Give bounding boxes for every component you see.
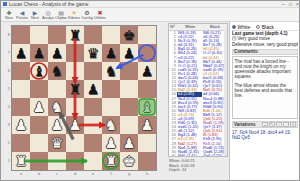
- piece-black-rook-d8[interactable]: ♜: [66, 26, 84, 44]
- square-f6[interactable]: ♞: [102, 62, 120, 80]
- square-g3[interactable]: [120, 116, 138, 134]
- square-d4[interactable]: [66, 98, 84, 116]
- comments-header: Comments:: [232, 49, 298, 55]
- radio-icon: [232, 25, 236, 29]
- title-bar: Lucas Chess - Analysis of the game –□×: [1, 1, 300, 8]
- radio-icon: [256, 25, 260, 29]
- square-f1[interactable]: ♜: [102, 152, 120, 170]
- piece-black-rook-d5[interactable]: ♜: [66, 80, 84, 98]
- piece-black-pawn-f7[interactable]: ♟: [102, 44, 120, 62]
- info-lines: Last game test (depth 4.1)(!) Very good …: [232, 31, 298, 47]
- square-c3[interactable]: ♟: [48, 116, 66, 134]
- variation-line[interactable]: 17. Nc4 Nxc4 18. dxc4 e4 19. Nd2 Qe5: [232, 130, 298, 140]
- square-f8[interactable]: [102, 26, 120, 44]
- file-label-f: f: [102, 171, 120, 176]
- minimize-button[interactable]: –: [280, 1, 287, 7]
- toolbar-button-analysis[interactable]: ◎Analysis: [42, 9, 54, 20]
- square-a6[interactable]: [12, 62, 30, 80]
- toolbar-button-config[interactable]: ⚙Config: [81, 9, 93, 20]
- window-controls: –□×: [280, 1, 300, 7]
- square-g4[interactable]: [120, 98, 138, 116]
- add-variation-button[interactable]: +: [262, 122, 268, 127]
- square-f3[interactable]: ♞: [102, 116, 120, 134]
- toolbar: ✚New◀Previous▶Next◎Analysis▤Clipboard☀Ki…: [1, 8, 300, 22]
- square-c6[interactable]: ♞: [48, 62, 66, 80]
- piece-black-pawn-h6[interactable]: ♟: [138, 62, 156, 80]
- square-e8[interactable]: [84, 26, 102, 44]
- toolbar-button-clipboard[interactable]: ▤Clipboard: [55, 9, 67, 20]
- window-title: Lucas Chess - Analysis of the game: [9, 1, 89, 7]
- moves-header-white: White: [177, 24, 202, 30]
- variations-bar: Variations +✎↑↓×: [232, 121, 298, 128]
- square-b4[interactable]: ♟: [30, 98, 48, 116]
- piece-white-queen-c2[interactable]: ♛: [48, 134, 66, 152]
- square-c8[interactable]: [48, 26, 66, 44]
- square-h7[interactable]: [138, 44, 156, 62]
- info-line-2: Defensive move, very good prophylaxis:: [232, 42, 298, 47]
- moves-scrollbar[interactable]: [224, 30, 227, 156]
- square-g6[interactable]: [120, 62, 138, 80]
- piece-black-pawn-g7[interactable]: ♟: [120, 44, 138, 62]
- square-d2[interactable]: [66, 134, 84, 152]
- square-c4[interactable]: ♞: [48, 98, 66, 116]
- move-row-31: 31Rd1 (2.41)Qe6 (2.55): [169, 154, 227, 157]
- square-b3[interactable]: [30, 116, 48, 134]
- toolbar-button-utilities[interactable]: ✖Utilities: [94, 9, 106, 20]
- rank-label-6: 6: [4, 62, 10, 80]
- file-label-c: c: [48, 171, 66, 176]
- piece-black-bishop-b6[interactable]: ♝: [30, 62, 48, 80]
- square-a7[interactable]: ♟: [12, 44, 30, 62]
- utilities-icon: ✖: [97, 9, 102, 16]
- square-f2[interactable]: ♟: [102, 134, 120, 152]
- piece-black-knight-f6[interactable]: ♞: [102, 62, 120, 80]
- square-a3[interactable]: ♟: [12, 116, 30, 134]
- file-label-b: b: [30, 171, 48, 176]
- kibitzers-icon: ☀: [71, 9, 76, 16]
- chess-board[interactable]: ♜♚♟♟♟♛♟♟♝♞♞♟♜♟♟♞♝♟♟♟♞♟♛♟♟♜♜♚: [11, 25, 157, 171]
- piece-white-rook-f1[interactable]: ♜: [102, 152, 120, 170]
- square-b6[interactable]: ♝: [30, 62, 48, 80]
- new-icon: ✚: [6, 9, 11, 16]
- square-g5[interactable]: [120, 80, 138, 98]
- piece-black-pawn-e5[interactable]: ♟: [84, 80, 102, 98]
- square-e6[interactable]: [84, 62, 102, 80]
- analysis-panel: WhiteBlack Last game test (depth 4.1)(!)…: [229, 22, 300, 181]
- board-panel: 87654321 ♜♚♟♟♟♛♟♟♝♞♞♟♜♟♟♞♝♟♟♟♞♟♛♟♟♜♜♚ ab…: [1, 22, 167, 181]
- square-f7[interactable]: ♟: [102, 44, 120, 62]
- edit-variation-button[interactable]: ✎: [269, 122, 275, 127]
- maximize-button[interactable]: □: [287, 1, 294, 7]
- square-g1[interactable]: ♚: [120, 152, 138, 170]
- variations-label: Variations: [234, 122, 261, 127]
- square-d6[interactable]: [66, 62, 84, 80]
- square-h5[interactable]: [138, 80, 156, 98]
- move-down-button[interactable]: ↓: [283, 122, 289, 127]
- toolbar-button-label: Previous: [16, 16, 28, 20]
- square-a8[interactable]: [12, 26, 30, 44]
- toolbar-button-new[interactable]: ✚New: [3, 9, 15, 20]
- piece-white-pawn-c3[interactable]: ♟: [48, 116, 66, 134]
- piece-white-knight-f3[interactable]: ♞: [102, 116, 120, 134]
- piece-white-pawn-a3[interactable]: ♟: [12, 116, 30, 134]
- square-a1[interactable]: ♜: [12, 152, 30, 170]
- toolbar-button-label: Analysis: [42, 16, 54, 20]
- piece-white-pawn-d3[interactable]: ♟: [66, 116, 84, 134]
- rank-labels: 87654321: [4, 26, 10, 170]
- square-d7[interactable]: [66, 44, 84, 62]
- square-e4[interactable]: [84, 98, 102, 116]
- option-label: Black: [262, 24, 274, 30]
- square-g8[interactable]: ♚: [120, 26, 138, 44]
- square-c1[interactable]: [48, 152, 66, 170]
- piece-black-knight-c6[interactable]: ♞: [48, 62, 66, 80]
- rank-label-4: 4: [4, 98, 10, 116]
- square-f5[interactable]: [102, 80, 120, 98]
- comments-box[interactable]: The rival has a forced line - and now th…: [232, 56, 298, 119]
- config-icon: ⚙: [84, 9, 89, 16]
- rank-label-8: 8: [4, 26, 10, 44]
- close-button[interactable]: ×: [294, 1, 300, 7]
- status-line-2: Depth: 14: [169, 168, 229, 173]
- rank-label-5: 5: [4, 80, 10, 98]
- move-number: 31: [169, 154, 177, 157]
- side-options: WhiteBlack: [232, 23, 298, 31]
- file-label-g: g: [120, 171, 138, 176]
- square-e1[interactable]: [84, 152, 102, 170]
- square-a2[interactable]: [12, 134, 30, 152]
- next-icon: ▶: [33, 9, 38, 16]
- square-f4[interactable]: [102, 98, 120, 116]
- square-b1[interactable]: [30, 152, 48, 170]
- toolbar-button-label: New: [5, 16, 13, 20]
- comment-paragraph-0: The rival has a forced line - and now th…: [235, 59, 296, 80]
- square-e2[interactable]: [84, 134, 102, 152]
- piece-black-king-g8[interactable]: ♚: [120, 26, 138, 44]
- option-black[interactable]: Black: [256, 24, 274, 30]
- toolbar-button-next[interactable]: ▶Next: [29, 9, 41, 20]
- square-g2[interactable]: ♟: [120, 134, 138, 152]
- square-e3[interactable]: [84, 116, 102, 134]
- square-b7[interactable]: ♟: [30, 44, 48, 62]
- piece-black-queen-e7[interactable]: ♛: [84, 44, 102, 62]
- square-b2[interactable]: [30, 134, 48, 152]
- file-labels: abcdefgh: [12, 171, 156, 176]
- toolbar-button-kibitzers[interactable]: ☀Kibitzers: [68, 9, 80, 20]
- square-b8[interactable]: [30, 26, 48, 44]
- square-d8[interactable]: ♜: [66, 26, 84, 44]
- toolbar-button-label: Clipboard: [55, 16, 67, 20]
- comment-paragraph-1: The blue arrow shows the best defense an…: [235, 83, 296, 99]
- square-h1[interactable]: [138, 152, 156, 170]
- analysis-icon: ◎: [45, 9, 50, 16]
- square-h4[interactable]: ♝: [138, 98, 156, 116]
- square-d3[interactable]: ♟: [66, 116, 84, 134]
- moves-header: NºWhiteBlack: [169, 24, 227, 31]
- square-h3[interactable]: ♟: [138, 116, 156, 134]
- delete-variation-button[interactable]: ×: [290, 122, 296, 127]
- square-d5[interactable]: ♜: [66, 80, 84, 98]
- piece-black-pawn-b7[interactable]: ♟: [30, 44, 48, 62]
- option-white[interactable]: White: [232, 24, 250, 30]
- piece-black-pawn-a7[interactable]: ♟: [12, 44, 30, 62]
- piece-white-pawn-b4[interactable]: ♟: [30, 98, 48, 116]
- square-h6[interactable]: ♟: [138, 62, 156, 80]
- square-c5[interactable]: [48, 80, 66, 98]
- square-a5[interactable]: [12, 80, 30, 98]
- move-up-button[interactable]: ↑: [276, 122, 282, 127]
- file-label-h: h: [138, 171, 156, 176]
- toolbar-button-label: Next: [31, 16, 39, 20]
- square-e5[interactable]: ♟: [84, 80, 102, 98]
- rank-label-2: 2: [4, 134, 10, 152]
- chess-analysis-window: Lucas Chess - Analysis of the game –□× ✚…: [0, 0, 300, 181]
- rank-label-7: 7: [4, 44, 10, 62]
- square-d1[interactable]: [66, 152, 84, 170]
- toolbar-button-previous[interactable]: ◀Previous: [16, 9, 28, 20]
- moves-panel: NºWhiteBlack 1Nf3 (0.18)Nf6 (0.21)2c4 (0…: [168, 23, 228, 157]
- piece-white-king-g1[interactable]: ♚: [120, 152, 138, 170]
- app-icon: [3, 2, 7, 6]
- square-c2[interactable]: ♛: [48, 134, 66, 152]
- piece-white-pawn-h3[interactable]: ♟: [138, 116, 156, 134]
- square-a4[interactable]: [12, 98, 30, 116]
- piece-white-pawn-f2[interactable]: ♟: [102, 134, 120, 152]
- file-label-a: a: [12, 171, 30, 176]
- square-e7[interactable]: ♛: [84, 44, 102, 62]
- piece-black-pawn-c7[interactable]: ♟: [48, 44, 66, 62]
- piece-white-knight-c4[interactable]: ♞: [48, 98, 66, 116]
- piece-white-bishop-h4[interactable]: ♝: [138, 98, 156, 116]
- file-label-d: d: [66, 171, 84, 176]
- square-g7[interactable]: ♟: [120, 44, 138, 62]
- piece-white-pawn-g2[interactable]: ♟: [120, 134, 138, 152]
- moves-header-n: Nº: [169, 24, 177, 30]
- file-label-e: e: [84, 171, 102, 176]
- square-h2[interactable]: [138, 134, 156, 152]
- piece-white-rook-a1[interactable]: ♜: [12, 152, 30, 170]
- move-white[interactable]: Rd1 (2.41): [177, 154, 202, 157]
- toolbar-button-label: Utilities: [94, 16, 106, 20]
- rank-label-1: 1: [4, 152, 10, 170]
- moves-rows: 1Nf3 (0.18)Nf6 (0.21)2c4 (0.22)e6 (0.26)…: [169, 31, 227, 157]
- rank-label-3: 3: [4, 116, 10, 134]
- previous-icon: ◀: [20, 9, 25, 16]
- square-c7[interactable]: ♟: [48, 44, 66, 62]
- toolbar-button-label: Kibitzers: [68, 16, 80, 20]
- option-label: White: [238, 24, 251, 30]
- status-lines: White: 0:00:21Black: 0:00:18Depth: 14: [169, 159, 229, 173]
- square-h8[interactable]: [138, 26, 156, 44]
- toolbar-button-label: Config: [81, 16, 93, 20]
- square-b5[interactable]: [30, 80, 48, 98]
- clipboard-icon: ▤: [58, 9, 64, 16]
